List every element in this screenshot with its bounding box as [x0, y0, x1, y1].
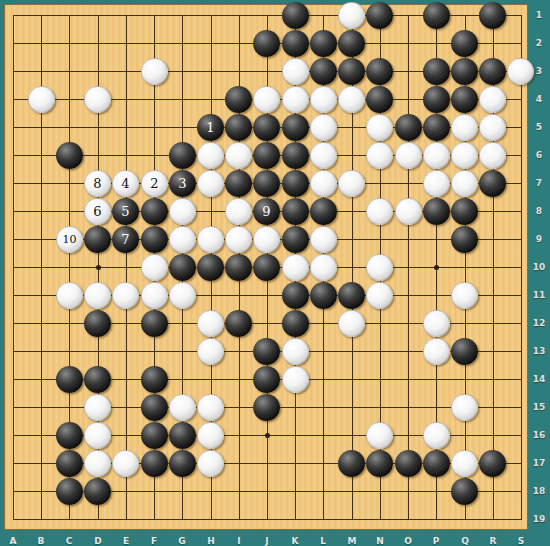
stone-N3	[366, 58, 393, 85]
stone-H7	[197, 170, 224, 197]
stone-F12	[141, 310, 168, 337]
stone-G16	[169, 422, 196, 449]
column-label-R: R	[483, 536, 503, 546]
stone-E9	[112, 226, 139, 253]
stone-Q17	[451, 450, 478, 477]
stone-L8	[310, 198, 337, 225]
column-label-M: M	[342, 536, 362, 546]
stone-C6	[56, 142, 83, 169]
stone-L4	[310, 86, 337, 113]
stone-D14	[84, 366, 111, 393]
row-label-3: 3	[529, 66, 549, 76]
stone-J5	[253, 114, 280, 141]
stone-I12	[225, 310, 252, 337]
stone-E8	[112, 198, 139, 225]
stone-F15	[141, 394, 168, 421]
stone-K8	[282, 198, 309, 225]
stone-J8	[253, 198, 280, 225]
stone-O8	[395, 198, 422, 225]
column-label-E: E	[116, 536, 136, 546]
stone-J4	[253, 86, 280, 113]
column-label-F: F	[144, 536, 164, 546]
star-point	[434, 265, 439, 270]
stone-C16	[56, 422, 83, 449]
stone-P17	[423, 450, 450, 477]
stone-K9	[282, 226, 309, 253]
stone-Q2	[451, 30, 478, 57]
stone-P13	[423, 338, 450, 365]
stone-M2	[338, 30, 365, 57]
stone-P6	[423, 142, 450, 169]
stone-F7	[141, 170, 168, 197]
stone-L7	[310, 170, 337, 197]
stone-P1	[423, 2, 450, 29]
stone-K10	[282, 254, 309, 281]
stone-I6	[225, 142, 252, 169]
row-label-17: 17	[529, 458, 549, 468]
stone-F3	[141, 58, 168, 85]
stone-N17	[366, 450, 393, 477]
stone-P5	[423, 114, 450, 141]
stone-M12	[338, 310, 365, 337]
column-label-K: K	[285, 536, 305, 546]
stone-Q3	[451, 58, 478, 85]
row-label-9: 9	[529, 234, 549, 244]
stone-J6	[253, 142, 280, 169]
stone-M7	[338, 170, 365, 197]
stone-I7	[225, 170, 252, 197]
stone-D15	[84, 394, 111, 421]
stone-I8	[225, 198, 252, 225]
stone-R7	[479, 170, 506, 197]
column-label-A: A	[3, 536, 23, 546]
row-label-15: 15	[529, 402, 549, 412]
stone-J13	[253, 338, 280, 365]
stone-G6	[169, 142, 196, 169]
stone-L2	[310, 30, 337, 57]
stone-F8	[141, 198, 168, 225]
column-label-I: I	[229, 536, 249, 546]
stone-H15	[197, 394, 224, 421]
stone-N6	[366, 142, 393, 169]
stone-P7	[423, 170, 450, 197]
stone-P16	[423, 422, 450, 449]
star-point	[96, 265, 101, 270]
stone-D7	[84, 170, 111, 197]
column-label-D: D	[88, 536, 108, 546]
stone-F9	[141, 226, 168, 253]
stone-M4	[338, 86, 365, 113]
stone-K6	[282, 142, 309, 169]
row-label-8: 8	[529, 206, 549, 216]
stone-N16	[366, 422, 393, 449]
row-label-7: 7	[529, 178, 549, 188]
row-label-4: 4	[529, 94, 549, 104]
stone-L3	[310, 58, 337, 85]
stone-R4	[479, 86, 506, 113]
stone-E17	[112, 450, 139, 477]
stone-O5	[395, 114, 422, 141]
stone-I10	[225, 254, 252, 281]
column-label-S: S	[511, 536, 531, 546]
row-label-10: 10	[529, 262, 549, 272]
row-label-16: 16	[529, 430, 549, 440]
stone-L10	[310, 254, 337, 281]
stone-Q4	[451, 86, 478, 113]
stone-G17	[169, 450, 196, 477]
column-label-P: P	[426, 536, 446, 546]
stone-J9	[253, 226, 280, 253]
grid-horizontal-line	[13, 519, 522, 520]
column-label-J: J	[257, 536, 277, 546]
stone-K12	[282, 310, 309, 337]
row-label-2: 2	[529, 38, 549, 48]
stone-F16	[141, 422, 168, 449]
stone-N4	[366, 86, 393, 113]
stone-J2	[253, 30, 280, 57]
row-label-1: 1	[529, 10, 549, 20]
stone-C17	[56, 450, 83, 477]
stone-D16	[84, 422, 111, 449]
column-label-G: G	[172, 536, 192, 546]
stone-K3	[282, 58, 309, 85]
stone-H10	[197, 254, 224, 281]
stone-F10	[141, 254, 168, 281]
stone-J7	[253, 170, 280, 197]
stone-P8	[423, 198, 450, 225]
row-label-12: 12	[529, 318, 549, 328]
stone-G11	[169, 282, 196, 309]
stone-K7	[282, 170, 309, 197]
stone-E11	[112, 282, 139, 309]
stone-Q18	[451, 478, 478, 505]
stone-H17	[197, 450, 224, 477]
stone-L11	[310, 282, 337, 309]
stone-J15	[253, 394, 280, 421]
row-label-13: 13	[529, 346, 549, 356]
stone-D4	[84, 86, 111, 113]
stone-Q9	[451, 226, 478, 253]
stone-D18	[84, 478, 111, 505]
go-diagram: 12345678910ABCDEFGHIJKLMNOPQRS1234567891…	[0, 0, 550, 546]
stone-Q15	[451, 394, 478, 421]
stone-R17	[479, 450, 506, 477]
grid-vertical-line	[408, 15, 409, 520]
stone-K14	[282, 366, 309, 393]
stone-E7	[112, 170, 139, 197]
stone-D17	[84, 450, 111, 477]
row-label-5: 5	[529, 122, 549, 132]
stone-H16	[197, 422, 224, 449]
stone-G7	[169, 170, 196, 197]
stone-I4	[225, 86, 252, 113]
stone-J10	[253, 254, 280, 281]
stone-D8	[84, 198, 111, 225]
stone-I9	[225, 226, 252, 253]
stone-G8	[169, 198, 196, 225]
stone-B4	[28, 86, 55, 113]
column-label-B: B	[31, 536, 51, 546]
stone-N8	[366, 198, 393, 225]
stone-M3	[338, 58, 365, 85]
stone-K11	[282, 282, 309, 309]
stone-K4	[282, 86, 309, 113]
stone-D12	[84, 310, 111, 337]
stone-L5	[310, 114, 337, 141]
stone-Q13	[451, 338, 478, 365]
star-point	[265, 433, 270, 438]
stone-R6	[479, 142, 506, 169]
row-label-14: 14	[529, 374, 549, 384]
stone-L6	[310, 142, 337, 169]
stone-I5	[225, 114, 252, 141]
stone-N1	[366, 2, 393, 29]
stone-D9	[84, 226, 111, 253]
stone-G15	[169, 394, 196, 421]
stone-M17	[338, 450, 365, 477]
stone-K1	[282, 2, 309, 29]
stone-C9	[56, 226, 83, 253]
column-label-C: C	[59, 536, 79, 546]
stone-C14	[56, 366, 83, 393]
stone-Q6	[451, 142, 478, 169]
stone-H9	[197, 226, 224, 253]
stone-K13	[282, 338, 309, 365]
row-label-6: 6	[529, 150, 549, 160]
stone-H13	[197, 338, 224, 365]
stone-R5	[479, 114, 506, 141]
stone-O17	[395, 450, 422, 477]
stone-P4	[423, 86, 450, 113]
stone-N11	[366, 282, 393, 309]
stone-N10	[366, 254, 393, 281]
stone-F14	[141, 366, 168, 393]
stone-C18	[56, 478, 83, 505]
stone-M1	[338, 2, 365, 29]
stone-H6	[197, 142, 224, 169]
stone-J14	[253, 366, 280, 393]
stone-R1	[479, 2, 506, 29]
stone-M11	[338, 282, 365, 309]
stone-H12	[197, 310, 224, 337]
column-label-H: H	[201, 536, 221, 546]
stone-Q8	[451, 198, 478, 225]
stone-Q7	[451, 170, 478, 197]
column-label-L: L	[313, 536, 333, 546]
stone-G9	[169, 226, 196, 253]
stone-R3	[479, 58, 506, 85]
stone-Q5	[451, 114, 478, 141]
row-label-18: 18	[529, 486, 549, 496]
stone-D11	[84, 282, 111, 309]
stone-Q11	[451, 282, 478, 309]
stone-P3	[423, 58, 450, 85]
stone-N5	[366, 114, 393, 141]
stone-H5	[197, 114, 224, 141]
stone-K5	[282, 114, 309, 141]
stone-F11	[141, 282, 168, 309]
stone-C11	[56, 282, 83, 309]
column-label-N: N	[370, 536, 390, 546]
stone-K2	[282, 30, 309, 57]
stone-P12	[423, 310, 450, 337]
column-label-Q: Q	[455, 536, 475, 546]
stone-L9	[310, 226, 337, 253]
stone-O6	[395, 142, 422, 169]
row-label-11: 11	[529, 290, 549, 300]
stone-F17	[141, 450, 168, 477]
stone-G10	[169, 254, 196, 281]
row-label-19: 19	[529, 514, 549, 524]
grid-vertical-line	[521, 15, 522, 520]
column-label-O: O	[398, 536, 418, 546]
